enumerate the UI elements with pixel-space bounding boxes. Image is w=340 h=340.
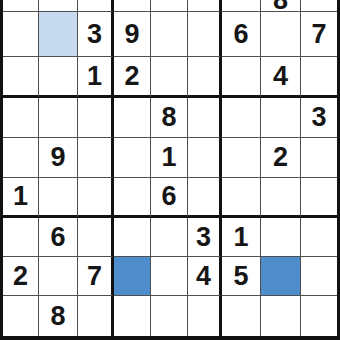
cell-r1c6[interactable] [188, 0, 222, 12]
cell-r8c4[interactable] [114, 257, 151, 296]
cell-r1c3[interactable] [78, 0, 114, 12]
cell-r4c8[interactable] [261, 98, 301, 138]
cell-r3c7[interactable] [222, 57, 261, 98]
cell-r1c2[interactable] [39, 0, 78, 12]
given-digit: 8 [161, 104, 176, 131]
given-digit: 7 [87, 263, 102, 290]
cell-r3c8[interactable]: 4 [261, 57, 301, 98]
cell-r6c7[interactable] [222, 178, 261, 218]
cell-r7c1[interactable] [3, 218, 39, 257]
cell-r6c4[interactable] [114, 178, 151, 218]
cell-r5c2[interactable]: 9 [39, 138, 78, 178]
cell-r5c5[interactable]: 1 [151, 138, 188, 178]
cell-r4c2[interactable] [39, 98, 78, 138]
cell-r2c9[interactable]: 7 [301, 12, 337, 57]
cell-r6c5[interactable]: 6 [151, 178, 188, 218]
cell-r3c4[interactable]: 2 [114, 57, 151, 98]
sudoku-board: 83967124839121663127458 [0, 0, 340, 340]
given-digit: 2 [13, 263, 28, 290]
cell-r3c2[interactable] [39, 57, 78, 98]
cell-r8c5[interactable] [151, 257, 188, 296]
cell-r6c1[interactable]: 1 [3, 178, 39, 218]
given-digit: 1 [233, 224, 248, 251]
cell-r3c6[interactable] [188, 57, 222, 98]
given-digit: 7 [311, 21, 326, 48]
cell-r2c3[interactable]: 3 [78, 12, 114, 57]
cell-r2c8[interactable] [261, 12, 301, 57]
cell-r2c6[interactable] [188, 12, 222, 57]
cell-r3c3[interactable]: 1 [78, 57, 114, 98]
cell-r3c1[interactable] [3, 57, 39, 98]
cell-r7c3[interactable] [78, 218, 114, 257]
given-digit: 9 [50, 144, 65, 171]
cell-r7c4[interactable] [114, 218, 151, 257]
cell-r9c5[interactable] [151, 296, 188, 336]
cell-r2c1[interactable] [3, 12, 39, 57]
cell-r9c2[interactable]: 8 [39, 296, 78, 336]
cell-r9c4[interactable] [114, 296, 151, 336]
given-digit: 4 [273, 63, 288, 90]
given-digit: 3 [87, 21, 102, 48]
cell-r5c1[interactable] [3, 138, 39, 178]
cell-r6c8[interactable] [261, 178, 301, 218]
cell-r8c2[interactable] [39, 257, 78, 296]
given-digit: 3 [311, 104, 326, 131]
cell-r4c7[interactable] [222, 98, 261, 138]
given-digit: 1 [87, 63, 102, 90]
cell-r8c1[interactable]: 2 [3, 257, 39, 296]
given-digit: 2 [124, 63, 139, 90]
cell-r2c5[interactable] [151, 12, 188, 57]
cell-r7c2[interactable]: 6 [39, 218, 78, 257]
cell-r4c4[interactable] [114, 98, 151, 138]
cell-r2c7[interactable]: 6 [222, 12, 261, 57]
cell-r3c5[interactable] [151, 57, 188, 98]
cell-r5c8[interactable]: 2 [261, 138, 301, 178]
given-digit: 6 [161, 183, 176, 210]
cell-r2c2[interactable] [39, 12, 78, 57]
cell-r7c9[interactable] [301, 218, 337, 257]
cell-r1c4[interactable] [114, 0, 151, 12]
cell-r8c8[interactable] [261, 257, 301, 296]
cell-r2c4[interactable]: 9 [114, 12, 151, 57]
cell-r6c6[interactable] [188, 178, 222, 218]
cell-r1c9[interactable] [301, 0, 337, 12]
cell-r1c1[interactable] [3, 0, 39, 12]
given-digit: 8 [50, 303, 65, 330]
cell-r5c7[interactable] [222, 138, 261, 178]
given-digit: 9 [124, 21, 139, 48]
cell-r8c6[interactable]: 4 [188, 257, 222, 296]
given-digit: 5 [233, 263, 248, 290]
cell-r9c9[interactable] [301, 296, 337, 336]
cell-r4c5[interactable]: 8 [151, 98, 188, 138]
given-digit: 4 [196, 263, 211, 290]
cell-r7c6[interactable]: 3 [188, 218, 222, 257]
cell-r9c3[interactable] [78, 296, 114, 336]
cell-r6c2[interactable] [39, 178, 78, 218]
sudoku-screenshot: 83967124839121663127458 [0, 0, 340, 340]
cell-r1c5[interactable] [151, 0, 188, 12]
cell-r9c8[interactable] [261, 296, 301, 336]
cell-r9c7[interactable] [222, 296, 261, 336]
cell-r1c7[interactable] [222, 0, 261, 12]
cell-r5c6[interactable] [188, 138, 222, 178]
given-digit: 6 [50, 224, 65, 251]
cell-r7c5[interactable] [151, 218, 188, 257]
given-digit: 6 [233, 21, 248, 48]
cell-r4c1[interactable] [3, 98, 39, 138]
cell-r4c6[interactable] [188, 98, 222, 138]
cell-r9c1[interactable] [3, 296, 39, 336]
given-digit: 3 [196, 224, 211, 251]
cell-r6c9[interactable] [301, 178, 337, 218]
cell-r4c9[interactable]: 3 [301, 98, 337, 138]
cell-r4c3[interactable] [78, 98, 114, 138]
given-digit: 1 [13, 183, 28, 210]
cell-r5c4[interactable] [114, 138, 151, 178]
cell-r8c3[interactable]: 7 [78, 257, 114, 296]
cell-r7c7[interactable]: 1 [222, 218, 261, 257]
cell-r8c7[interactable]: 5 [222, 257, 261, 296]
given-digit: 1 [161, 144, 176, 171]
cell-r6c3[interactable] [78, 178, 114, 218]
cell-r1c8[interactable]: 8 [261, 0, 301, 12]
cell-r5c9[interactable] [301, 138, 337, 178]
cell-r9c6[interactable] [188, 296, 222, 336]
cell-r8c9[interactable] [301, 257, 337, 296]
cell-r5c3[interactable] [78, 138, 114, 178]
cell-r7c8[interactable] [261, 218, 301, 257]
given-digit: 2 [273, 144, 288, 171]
cell-r3c9[interactable] [301, 57, 337, 98]
